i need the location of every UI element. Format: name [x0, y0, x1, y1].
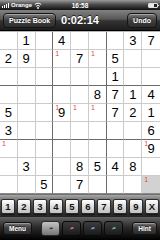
pencil-mark: 1 [144, 177, 148, 183]
pencil-mark: 1 [73, 105, 77, 111]
sudoku-cell-r7c8[interactable] [124, 140, 142, 158]
sudoku-cell-r4c2[interactable] [18, 86, 36, 104]
undo-button[interactable]: Undo [127, 13, 157, 28]
black-pen-button[interactable] [41, 221, 60, 236]
cell-digit: 9 [147, 142, 154, 155]
cell-digit: 6 [147, 124, 154, 137]
sudoku-cell-r8c1[interactable] [0, 158, 18, 176]
sudoku-cell-r1c4[interactable]: 4 [53, 32, 71, 50]
cell-digit: 8 [129, 160, 136, 173]
bottom-toolbar: Menu Hint [0, 217, 160, 240]
sudoku-cell-r8c4[interactable] [53, 158, 71, 176]
sudoku-cell-r2c9[interactable] [142, 50, 160, 68]
sudoku-cell-r2c7[interactable]: 5 [107, 50, 125, 68]
sudoku-cell-r7c7[interactable] [107, 140, 125, 158]
sudoku-cell-r5c4[interactable]: 91 [53, 104, 71, 122]
pencil-mark: 1 [91, 105, 95, 111]
sudoku-cell-r2c2[interactable]: 9 [18, 50, 36, 68]
sudoku-cell-r5c9[interactable]: 1 [142, 104, 160, 122]
sudoku-cell-r6c4[interactable] [53, 122, 71, 140]
status-right [148, 3, 158, 8]
key-5[interactable]: 5 [65, 199, 79, 214]
number-pad: 123456789X [0, 194, 160, 217]
sudoku-cell-r4c1[interactable] [0, 86, 18, 104]
sudoku-cell-r7c2[interactable] [18, 140, 36, 158]
sudoku-cell-r3c4[interactable] [53, 68, 71, 86]
sudoku-cell-r3c5[interactable] [71, 68, 89, 86]
cell-digit: 5 [40, 178, 47, 191]
sudoku-cell-r8c6[interactable]: 5 [89, 158, 107, 176]
sudoku-cell-r9c4[interactable] [53, 176, 71, 194]
cell-digit: 5 [5, 106, 12, 119]
navigation-bar: 0:02:14 Puzzle Book Undo [0, 10, 160, 31]
black-pen-icon [48, 223, 53, 234]
sudoku-cell-r1c5[interactable] [71, 32, 89, 50]
sudoku-cell-r3c7[interactable]: 1 [107, 68, 125, 86]
sudoku-cell-r6c7[interactable] [107, 122, 125, 140]
green-marker-button[interactable] [104, 221, 123, 236]
sudoku-cell-r5c7[interactable]: 7 [107, 104, 125, 122]
sudoku-cell-r4c7[interactable]: 7 [107, 86, 125, 104]
cell-digit: 7 [111, 106, 118, 119]
sudoku-cell-r1c7[interactable] [107, 32, 125, 50]
pencil-mark: 1 [91, 51, 95, 57]
cell-digit: 4 [147, 88, 154, 101]
key-7[interactable]: 7 [97, 199, 111, 214]
sudoku-cell-r6c5[interactable] [71, 122, 89, 140]
sudoku-cell-r4c8[interactable]: 1 [124, 86, 142, 104]
sudoku-cell-r4c5[interactable] [71, 86, 89, 104]
sudoku-cell-r4c9[interactable]: 4 [142, 86, 160, 104]
cell-digit: 1 [147, 106, 154, 119]
sudoku-cell-r3c2[interactable] [18, 68, 36, 86]
key-6[interactable]: 6 [81, 199, 95, 214]
sudoku-cell-r6c1[interactable]: 3 [0, 122, 18, 140]
sudoku-cell-r9c7[interactable] [107, 176, 125, 194]
key-delete[interactable]: X [145, 199, 159, 214]
sudoku-cell-r6c6[interactable] [89, 122, 107, 140]
clock-label: 16:58 [0, 2, 160, 9]
key-8[interactable]: 8 [113, 199, 127, 214]
sudoku-cell-r5c2[interactable] [18, 104, 36, 122]
sudoku-cell-r5c8[interactable]: 2 [124, 104, 142, 122]
cell-digit: 3 [23, 160, 30, 173]
pencil-mark: 1 [2, 141, 6, 147]
pen-tray [41, 221, 123, 236]
sudoku-cell-r2c5[interactable]: 7 [71, 50, 89, 68]
sudoku-cell-r5c6[interactable]: 1 [89, 104, 107, 122]
key-1[interactable]: 1 [1, 199, 15, 214]
sudoku-cell-r8c5[interactable]: 8 [71, 158, 89, 176]
sudoku-cell-r9c1[interactable] [0, 176, 18, 194]
sudoku-cell-r7c4[interactable] [53, 140, 71, 158]
sudoku-cell-r8c9[interactable] [142, 158, 160, 176]
cell-digit: 5 [94, 160, 101, 173]
sudoku-cell-r6c3[interactable] [36, 122, 54, 140]
red-marker-button[interactable] [62, 221, 81, 236]
sudoku-cell-r1c9[interactable]: 7 [142, 32, 160, 50]
sudoku-cell-r8c8[interactable]: 8 [124, 158, 142, 176]
sudoku-cell-r1c8[interactable]: 3 [124, 32, 142, 50]
sudoku-cell-r5c1[interactable]: 5 [0, 104, 18, 122]
cell-digit: 7 [111, 88, 118, 101]
cell-digit: 8 [76, 160, 83, 173]
pencil-mark: 1 [55, 51, 59, 57]
status-bar: Orange 16:58 [0, 0, 160, 10]
sudoku-cell-r3c9[interactable] [142, 68, 160, 86]
sudoku-cell-r1c6[interactable] [89, 32, 107, 50]
sudoku-cell-r2c6[interactable]: 1 [89, 50, 107, 68]
sudoku-cell-r5c5[interactable]: 1 [71, 104, 89, 122]
sudoku-cell-r2c8[interactable] [124, 50, 142, 68]
pencil-mark: 1 [55, 105, 59, 111]
puzzle-book-button[interactable]: Puzzle Book [3, 13, 56, 28]
cell-digit: 7 [147, 34, 154, 47]
sudoku-cell-r7c6[interactable] [89, 140, 107, 158]
cell-digit: 2 [129, 106, 136, 119]
blue-marker-icon [90, 223, 95, 234]
cell-digit: 2 [5, 52, 12, 65]
green-marker-icon [111, 223, 116, 234]
cell-digit: 5 [111, 52, 118, 65]
sudoku-cell-r1c1[interactable] [0, 32, 18, 50]
sudoku-cell-r5c3[interactable] [36, 104, 54, 122]
sudoku-app: Orange 16:58 0:02:14 Puzzle Book Undo 14… [0, 0, 160, 240]
key-3[interactable]: 3 [33, 199, 47, 214]
sudoku-cell-r1c3[interactable] [36, 32, 54, 50]
sudoku-cell-r2c1[interactable]: 2 [0, 50, 18, 68]
sudoku-cell-r7c9[interactable]: 91 [142, 140, 160, 158]
sudoku-cell-r4c3[interactable] [36, 86, 54, 104]
sudoku-cell-r9c6[interactable] [89, 176, 107, 194]
sudoku-cell-r9c3[interactable]: 5 [36, 176, 54, 194]
cell-digit: 7 [76, 52, 83, 65]
sudoku-cell-r7c5[interactable] [71, 140, 89, 158]
sudoku-cell-r8c7[interactable]: 4 [107, 158, 125, 176]
red-marker-icon [69, 223, 74, 234]
key-2[interactable]: 2 [17, 199, 31, 214]
cell-digit: 3 [129, 34, 136, 47]
cell-digit: 8 [94, 88, 101, 101]
blue-marker-button[interactable] [83, 221, 102, 236]
sudoku-cell-r1c2[interactable]: 1 [18, 32, 36, 50]
sudoku-cell-r3c8[interactable] [124, 68, 142, 86]
sudoku-cell-r4c6[interactable]: 8 [89, 86, 107, 104]
pencil-mark: 1 [144, 141, 148, 147]
sudoku-cell-r9c8[interactable] [124, 176, 142, 194]
sudoku-cell-r7c3[interactable] [36, 140, 54, 158]
sudoku-cell-r3c6[interactable] [89, 68, 107, 86]
cell-digit: 1 [23, 34, 30, 47]
cell-digit: 7 [76, 178, 83, 191]
menu-button[interactable]: Menu [3, 222, 32, 235]
sudoku-cell-r4c4[interactable] [53, 86, 71, 104]
cell-digit: 3 [5, 124, 12, 137]
cell-digit: 9 [23, 52, 30, 65]
cell-digit: 1 [111, 70, 118, 83]
sudoku-cell-r8c2[interactable]: 3 [18, 158, 36, 176]
sudoku-cell-r9c9[interactable]: 1 [142, 176, 160, 194]
sudoku-cell-r7c1[interactable]: 1 [0, 140, 18, 158]
sudoku-board: 143729171518714591117213619138548571 [0, 31, 160, 194]
battery-icon [148, 3, 158, 8]
sudoku-cell-r9c5[interactable]: 7 [71, 176, 89, 194]
sudoku-cell-r2c4[interactable]: 1 [53, 50, 71, 68]
sudoku-cell-r3c3[interactable] [36, 68, 54, 86]
cell-digit: 4 [111, 160, 118, 173]
hint-button[interactable]: Hint [132, 222, 157, 235]
sudoku-cell-r6c8[interactable] [124, 122, 142, 140]
key-4[interactable]: 4 [49, 199, 63, 214]
sudoku-cell-r9c2[interactable] [18, 176, 36, 194]
key-9[interactable]: 9 [129, 199, 143, 214]
sudoku-cell-r6c2[interactable] [18, 122, 36, 140]
sudoku-cell-r8c3[interactable] [36, 158, 54, 176]
sudoku-cell-r6c9[interactable]: 6 [142, 122, 160, 140]
sudoku-cell-r3c1[interactable] [0, 68, 18, 86]
cell-digit: 4 [58, 34, 65, 47]
sudoku-cell-r2c3[interactable] [36, 50, 54, 68]
cell-digit: 1 [129, 88, 136, 101]
